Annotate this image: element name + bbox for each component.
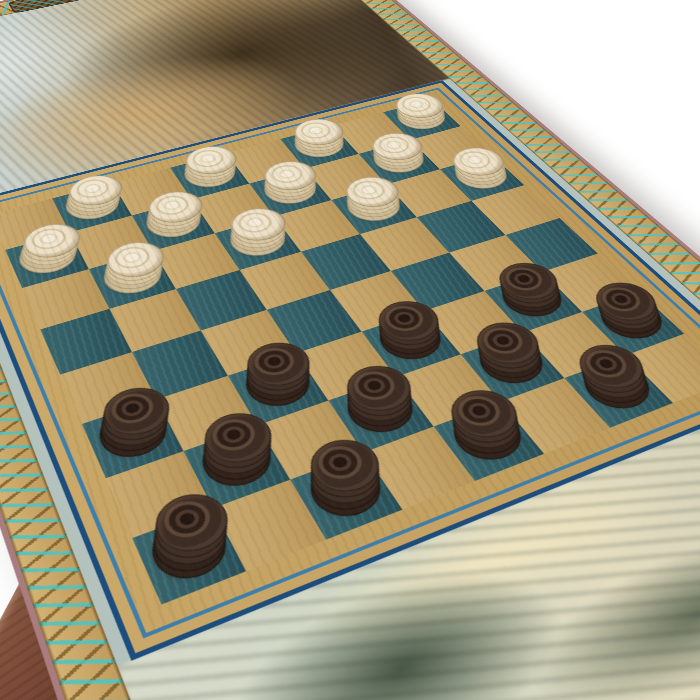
- dark-checker-piece[interactable]: [141, 516, 236, 596]
- dark-checker-piece[interactable]: [299, 459, 393, 532]
- board-face: [0, 0, 700, 700]
- product-photo-scene: [0, 0, 700, 700]
